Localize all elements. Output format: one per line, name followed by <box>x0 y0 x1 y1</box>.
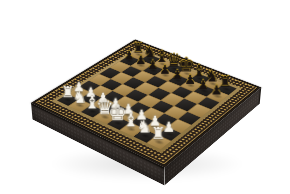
piece-black-pawn[interactable]: ♟ <box>205 76 229 96</box>
piece-white-rook[interactable]: ♜ <box>145 121 171 143</box>
photo-canvas: ♜♞♝♛♚♝♞♜♟♟♟♟♟♟♟♟♟♟♟♟♟♟♟♟♜♞♝♛♚♝♞♜ <box>0 0 290 194</box>
